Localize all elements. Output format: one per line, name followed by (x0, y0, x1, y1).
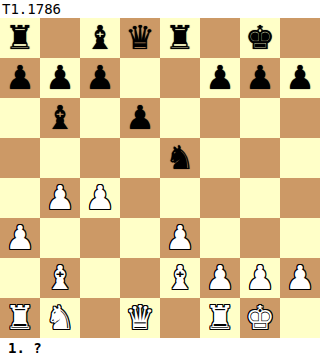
square-h3[interactable] (280, 218, 320, 258)
square-b7[interactable]: ♟ (40, 58, 80, 98)
square-b5[interactable] (40, 138, 80, 178)
square-c1[interactable] (80, 298, 120, 338)
square-a8[interactable]: ♜ (0, 18, 40, 58)
square-c6[interactable] (80, 98, 120, 138)
white-knight-icon: ♞ (45, 298, 75, 338)
square-g1[interactable]: ♚ (240, 298, 280, 338)
white-pawn-icon: ♟ (165, 218, 195, 258)
square-b2[interactable]: ♝ (40, 258, 80, 298)
square-c3[interactable] (80, 218, 120, 258)
square-b6[interactable]: ♝ (40, 98, 80, 138)
black-pawn-icon: ♟ (85, 58, 115, 98)
square-f4[interactable] (200, 178, 240, 218)
black-bishop-icon: ♝ (85, 18, 115, 58)
square-a5[interactable] (0, 138, 40, 178)
square-e2[interactable]: ♝ (160, 258, 200, 298)
square-e7[interactable] (160, 58, 200, 98)
square-h5[interactable] (280, 138, 320, 178)
white-pawn-icon: ♟ (85, 178, 115, 218)
square-g5[interactable] (240, 138, 280, 178)
white-pawn-icon: ♟ (205, 258, 235, 298)
square-a7[interactable]: ♟ (0, 58, 40, 98)
square-d4[interactable] (120, 178, 160, 218)
black-pawn-icon: ♟ (285, 58, 315, 98)
square-e6[interactable] (160, 98, 200, 138)
square-e3[interactable]: ♟ (160, 218, 200, 258)
square-h8[interactable] (280, 18, 320, 58)
black-rook-icon: ♜ (165, 18, 195, 58)
square-g7[interactable]: ♟ (240, 58, 280, 98)
square-c2[interactable] (80, 258, 120, 298)
square-b1[interactable]: ♞ (40, 298, 80, 338)
move-prompt: 1. ? (0, 338, 320, 360)
black-queen-icon: ♛ (125, 18, 155, 58)
square-g3[interactable] (240, 218, 280, 258)
square-f8[interactable] (200, 18, 240, 58)
square-e8[interactable]: ♜ (160, 18, 200, 58)
square-g6[interactable] (240, 98, 280, 138)
chess-board: ♜♝♛♜♚♟♟♟♟♟♟♝♟♞♟♟♟♟♝♝♟♟♟♜♞♛♜♚ (0, 18, 320, 338)
white-queen-icon: ♛ (125, 298, 155, 338)
square-f1[interactable]: ♜ (200, 298, 240, 338)
square-g2[interactable]: ♟ (240, 258, 280, 298)
square-f7[interactable]: ♟ (200, 58, 240, 98)
white-king-icon: ♚ (245, 298, 275, 338)
square-f2[interactable]: ♟ (200, 258, 240, 298)
square-h2[interactable]: ♟ (280, 258, 320, 298)
black-pawn-icon: ♟ (5, 58, 35, 98)
white-pawn-icon: ♟ (5, 218, 35, 258)
square-c7[interactable]: ♟ (80, 58, 120, 98)
puzzle-id: T1.1786 (0, 0, 320, 18)
square-e4[interactable] (160, 178, 200, 218)
square-d7[interactable] (120, 58, 160, 98)
black-pawn-icon: ♟ (45, 58, 75, 98)
square-c8[interactable]: ♝ (80, 18, 120, 58)
white-rook-icon: ♜ (5, 298, 35, 338)
square-f6[interactable] (200, 98, 240, 138)
black-pawn-icon: ♟ (125, 98, 155, 138)
square-e5[interactable]: ♞ (160, 138, 200, 178)
square-e1[interactable] (160, 298, 200, 338)
black-pawn-icon: ♟ (245, 58, 275, 98)
square-d8[interactable]: ♛ (120, 18, 160, 58)
square-a3[interactable]: ♟ (0, 218, 40, 258)
square-a1[interactable]: ♜ (0, 298, 40, 338)
white-bishop-icon: ♝ (165, 258, 195, 298)
square-h4[interactable] (280, 178, 320, 218)
square-d5[interactable] (120, 138, 160, 178)
square-h6[interactable] (280, 98, 320, 138)
square-b3[interactable] (40, 218, 80, 258)
square-c4[interactable]: ♟ (80, 178, 120, 218)
square-a4[interactable] (0, 178, 40, 218)
square-f5[interactable] (200, 138, 240, 178)
square-a6[interactable] (0, 98, 40, 138)
square-b4[interactable]: ♟ (40, 178, 80, 218)
white-pawn-icon: ♟ (45, 178, 75, 218)
square-h1[interactable] (280, 298, 320, 338)
square-d2[interactable] (120, 258, 160, 298)
square-f3[interactable] (200, 218, 240, 258)
square-g4[interactable] (240, 178, 280, 218)
square-h7[interactable]: ♟ (280, 58, 320, 98)
square-c5[interactable] (80, 138, 120, 178)
square-g8[interactable]: ♚ (240, 18, 280, 58)
square-a2[interactable] (0, 258, 40, 298)
square-d3[interactable] (120, 218, 160, 258)
white-rook-icon: ♜ (205, 298, 235, 338)
black-bishop-icon: ♝ (45, 98, 75, 138)
white-pawn-icon: ♟ (285, 258, 315, 298)
square-d1[interactable]: ♛ (120, 298, 160, 338)
black-rook-icon: ♜ (5, 18, 35, 58)
black-knight-icon: ♞ (165, 138, 195, 178)
square-b8[interactable] (40, 18, 80, 58)
white-pawn-icon: ♟ (245, 258, 275, 298)
black-king-icon: ♚ (245, 18, 275, 58)
black-pawn-icon: ♟ (205, 58, 235, 98)
white-bishop-icon: ♝ (45, 258, 75, 298)
square-d6[interactable]: ♟ (120, 98, 160, 138)
